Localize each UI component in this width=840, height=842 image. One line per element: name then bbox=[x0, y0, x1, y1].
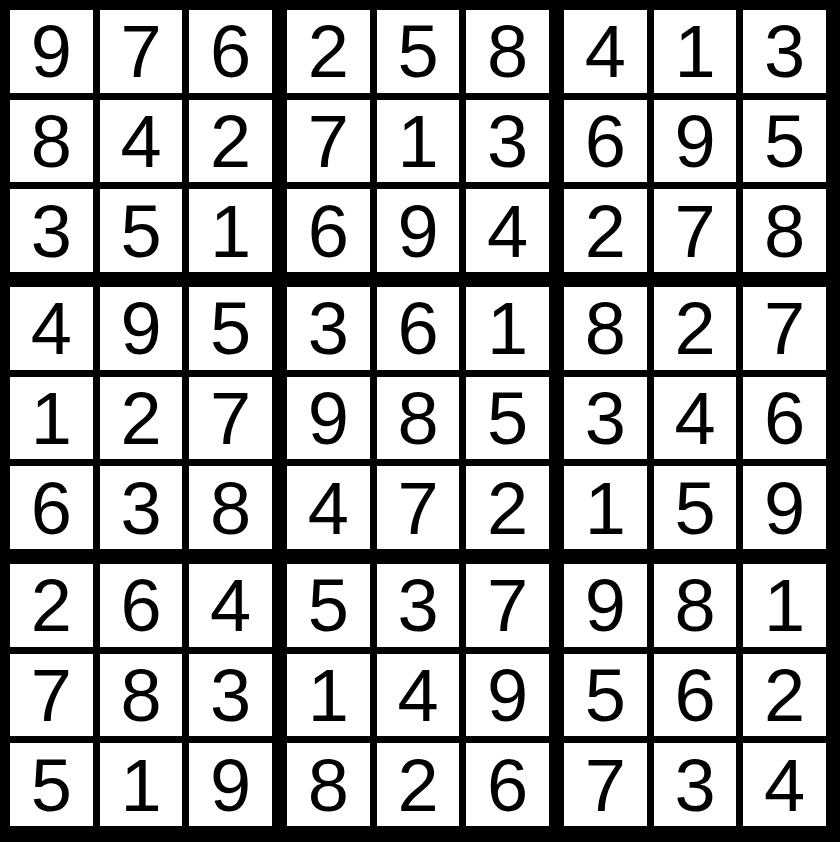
cell-r7c4[interactable]: 5 bbox=[287, 564, 370, 647]
cell-r8c1[interactable]: 7 bbox=[10, 654, 93, 737]
cell-r9c5[interactable]: 2 bbox=[377, 743, 460, 826]
cell-r9c3[interactable]: 9 bbox=[189, 743, 272, 826]
cell-r3c5[interactable]: 9 bbox=[377, 189, 460, 272]
cell-r8c5[interactable]: 4 bbox=[377, 654, 460, 737]
cell-r8c8[interactable]: 6 bbox=[654, 654, 737, 737]
cell-r7c2[interactable]: 6 bbox=[100, 564, 183, 647]
cell-r7c6[interactable]: 7 bbox=[466, 564, 549, 647]
cell-r3c1[interactable]: 3 bbox=[10, 189, 93, 272]
cell-r5c2[interactable]: 2 bbox=[100, 377, 183, 460]
cell-r8c6[interactable]: 9 bbox=[466, 654, 549, 737]
cell-r5c7[interactable]: 3 bbox=[564, 377, 647, 460]
cell-r7c5[interactable]: 3 bbox=[377, 564, 460, 647]
cell-r6c4[interactable]: 4 bbox=[287, 466, 370, 549]
cell-r5c9[interactable]: 6 bbox=[743, 377, 826, 460]
sudoku-board: 9768423512587136944136952784951276383619… bbox=[0, 0, 840, 842]
cell-r1c7[interactable]: 4 bbox=[564, 10, 647, 93]
cell-r1c3[interactable]: 6 bbox=[189, 10, 272, 93]
cell-r5c1[interactable]: 1 bbox=[10, 377, 93, 460]
cell-r4c9[interactable]: 7 bbox=[743, 287, 826, 370]
cell-r8c7[interactable]: 5 bbox=[564, 654, 647, 737]
block-3-2: 537149826 bbox=[287, 564, 549, 826]
cell-r4c6[interactable]: 1 bbox=[466, 287, 549, 370]
block-2-2: 361985472 bbox=[287, 287, 549, 549]
cell-r9c6[interactable]: 6 bbox=[466, 743, 549, 826]
cell-r1c1[interactable]: 9 bbox=[10, 10, 93, 93]
block-1-1: 976842351 bbox=[10, 10, 272, 272]
cell-r3c6[interactable]: 4 bbox=[466, 189, 549, 272]
cell-r4c1[interactable]: 4 bbox=[10, 287, 93, 370]
cell-r4c4[interactable]: 3 bbox=[287, 287, 370, 370]
cell-r6c7[interactable]: 1 bbox=[564, 466, 647, 549]
cell-r6c2[interactable]: 3 bbox=[100, 466, 183, 549]
cell-r1c2[interactable]: 7 bbox=[100, 10, 183, 93]
cell-r4c2[interactable]: 9 bbox=[100, 287, 183, 370]
cell-r6c1[interactable]: 6 bbox=[10, 466, 93, 549]
cell-r7c1[interactable]: 2 bbox=[10, 564, 93, 647]
cell-r6c8[interactable]: 5 bbox=[654, 466, 737, 549]
cell-r2c2[interactable]: 4 bbox=[100, 100, 183, 183]
cell-r1c5[interactable]: 5 bbox=[377, 10, 460, 93]
cell-r7c7[interactable]: 9 bbox=[564, 564, 647, 647]
cell-r5c3[interactable]: 7 bbox=[189, 377, 272, 460]
cell-r5c5[interactable]: 8 bbox=[377, 377, 460, 460]
cell-r8c9[interactable]: 2 bbox=[743, 654, 826, 737]
cell-r3c7[interactable]: 2 bbox=[564, 189, 647, 272]
cell-r1c6[interactable]: 8 bbox=[466, 10, 549, 93]
block-3-3: 981562734 bbox=[564, 564, 826, 826]
cell-r2c5[interactable]: 1 bbox=[377, 100, 460, 183]
cell-r4c3[interactable]: 5 bbox=[189, 287, 272, 370]
cell-r3c9[interactable]: 8 bbox=[743, 189, 826, 272]
block-1-2: 258713694 bbox=[287, 10, 549, 272]
cell-r2c6[interactable]: 3 bbox=[466, 100, 549, 183]
cell-r9c9[interactable]: 4 bbox=[743, 743, 826, 826]
cell-r3c3[interactable]: 1 bbox=[189, 189, 272, 272]
block-2-3: 827346159 bbox=[564, 287, 826, 549]
cell-r1c9[interactable]: 3 bbox=[743, 10, 826, 93]
cell-r2c8[interactable]: 9 bbox=[654, 100, 737, 183]
cell-r5c8[interactable]: 4 bbox=[654, 377, 737, 460]
cell-r8c2[interactable]: 8 bbox=[100, 654, 183, 737]
cell-r9c8[interactable]: 3 bbox=[654, 743, 737, 826]
cell-r8c4[interactable]: 1 bbox=[287, 654, 370, 737]
block-3-1: 264783519 bbox=[10, 564, 272, 826]
cell-r6c9[interactable]: 9 bbox=[743, 466, 826, 549]
cell-r2c1[interactable]: 8 bbox=[10, 100, 93, 183]
cell-r2c7[interactable]: 6 bbox=[564, 100, 647, 183]
cell-r1c8[interactable]: 1 bbox=[654, 10, 737, 93]
cell-r4c8[interactable]: 2 bbox=[654, 287, 737, 370]
cell-r5c4[interactable]: 9 bbox=[287, 377, 370, 460]
cell-r3c2[interactable]: 5 bbox=[100, 189, 183, 272]
cell-r3c8[interactable]: 7 bbox=[654, 189, 737, 272]
cell-r2c4[interactable]: 7 bbox=[287, 100, 370, 183]
cell-r9c7[interactable]: 7 bbox=[564, 743, 647, 826]
cell-r9c1[interactable]: 5 bbox=[10, 743, 93, 826]
cell-r6c3[interactable]: 8 bbox=[189, 466, 272, 549]
cell-r7c8[interactable]: 8 bbox=[654, 564, 737, 647]
cell-r9c2[interactable]: 1 bbox=[100, 743, 183, 826]
cell-r7c9[interactable]: 1 bbox=[743, 564, 826, 647]
cell-r6c6[interactable]: 2 bbox=[466, 466, 549, 549]
block-2-1: 495127638 bbox=[10, 287, 272, 549]
cell-r4c7[interactable]: 8 bbox=[564, 287, 647, 370]
cell-r2c9[interactable]: 5 bbox=[743, 100, 826, 183]
cell-r6c5[interactable]: 7 bbox=[377, 466, 460, 549]
cell-r7c3[interactable]: 4 bbox=[189, 564, 272, 647]
cell-r5c6[interactable]: 5 bbox=[466, 377, 549, 460]
cell-r9c4[interactable]: 8 bbox=[287, 743, 370, 826]
cell-r2c3[interactable]: 2 bbox=[189, 100, 272, 183]
cell-r4c5[interactable]: 6 bbox=[377, 287, 460, 370]
cell-r1c4[interactable]: 2 bbox=[287, 10, 370, 93]
block-1-3: 413695278 bbox=[564, 10, 826, 272]
cell-r3c4[interactable]: 6 bbox=[287, 189, 370, 272]
cell-r8c3[interactable]: 3 bbox=[189, 654, 272, 737]
